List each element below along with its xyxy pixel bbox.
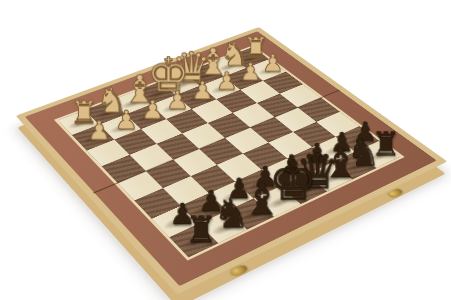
perspective-scene: ♜♞♝♚♛♝♞♜♟♟♟♟♟♟♟♟♟♟♟♟♟♟♟♟♜♞♝♚♛♝♞♜ xyxy=(0,0,451,300)
piece-white-pawn[interactable]: ♟ xyxy=(111,107,142,133)
piece-black-rook[interactable]: ♜ xyxy=(184,212,219,249)
piece-white-pawn[interactable]: ♟ xyxy=(83,117,114,143)
chess-board: ♜♞♝♚♛♝♞♜♟♟♟♟♟♟♟♟♟♟♟♟♟♟♟♟♜♞♝♚♛♝♞♜ xyxy=(16,27,448,295)
product-photo-stage: ♜♞♝♚♛♝♞♜♟♟♟♟♟♟♟♟♟♟♟♟♟♟♟♟♜♞♝♚♛♝♞♜ xyxy=(0,0,451,300)
